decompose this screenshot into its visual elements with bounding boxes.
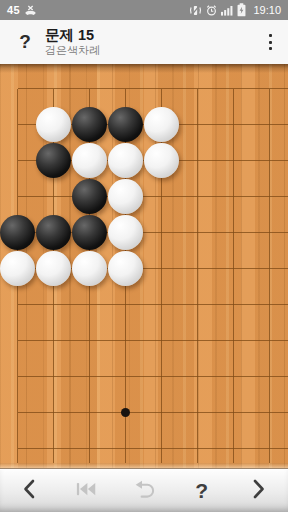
overflow-menu-button[interactable] (252, 20, 288, 64)
help-icon[interactable]: ? (15, 31, 35, 53)
page-title: 문제 15 (45, 27, 252, 44)
black-stone-C18 (72, 107, 107, 142)
status-bar: 45 (0, 0, 288, 20)
next-button[interactable] (230, 469, 288, 512)
menu-dot (269, 41, 272, 44)
question-mark-icon: ? (195, 480, 208, 501)
white-stone-B14 (36, 251, 71, 286)
menu-dot (269, 47, 272, 50)
missed-call-icon (24, 5, 37, 16)
previous-button[interactable] (0, 469, 58, 512)
white-stone-D14 (108, 251, 143, 286)
menu-dot (269, 34, 272, 37)
go-board[interactable] (0, 64, 288, 468)
chevron-right-icon (252, 479, 266, 502)
black-stone-C15 (72, 215, 107, 250)
battery-charging-icon (237, 3, 246, 17)
alarm-icon (206, 5, 217, 16)
undo-button[interactable] (115, 469, 173, 512)
signal-strength-icon (221, 5, 233, 16)
page-subtitle: 검은색차례 (45, 44, 252, 57)
phone-screen: 45 (0, 0, 288, 512)
status-right: 19:10 (189, 3, 281, 17)
clock: 19:10 (253, 4, 281, 16)
white-stone-C17 (72, 143, 107, 178)
black-stone-A15 (0, 215, 35, 250)
chevron-left-icon (22, 479, 36, 502)
skip-to-start-button[interactable] (58, 469, 116, 512)
hint-button[interactable]: ? (173, 469, 231, 512)
black-stone-B17 (36, 143, 71, 178)
title-block: 문제 15 검은색차례 (45, 27, 252, 57)
skip-back-icon (76, 482, 97, 499)
white-stone-C14 (72, 251, 107, 286)
white-stone-D16 (108, 179, 143, 214)
status-left: 45 (7, 4, 37, 16)
app-bar: ? 문제 15 검은색차례 (0, 20, 288, 64)
white-stone-D17 (108, 143, 143, 178)
star-point (121, 408, 130, 417)
vibrate-muted-icon (189, 5, 202, 16)
white-stone-E18 (144, 107, 179, 142)
black-stone-C16 (72, 179, 107, 214)
black-stone-D18 (108, 107, 143, 142)
white-stone-B18 (36, 107, 71, 142)
bottom-toolbar: ? (0, 468, 288, 512)
undo-arrow-icon (132, 480, 156, 502)
notification-count: 45 (7, 4, 20, 16)
black-stone-B15 (36, 215, 71, 250)
white-stone-A14 (0, 251, 35, 286)
white-stone-E17 (144, 143, 179, 178)
white-stone-D15 (108, 215, 143, 250)
